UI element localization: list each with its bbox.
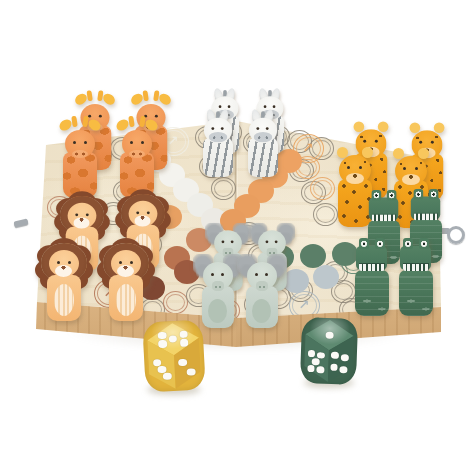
- pawn-horn-left: [372, 190, 382, 200]
- green-die[interactable]: [300, 317, 358, 385]
- pawn-body: [120, 152, 154, 198]
- pawn-body: [399, 270, 433, 316]
- track-dot: [313, 265, 339, 289]
- pawn-eye-left: [255, 273, 258, 276]
- die-pip: [339, 366, 347, 373]
- pawn-muzzle: [73, 217, 89, 229]
- pawn-eye-right: [375, 140, 378, 143]
- pawn-eye-left: [73, 141, 76, 144]
- die-pip: [316, 366, 324, 373]
- pawn-muzzle: [72, 150, 88, 158]
- elephant-pawn[interactable]: [198, 246, 238, 328]
- pawn-body: [202, 286, 234, 328]
- pawn-eye-left: [211, 273, 214, 276]
- pawn-eye-right: [221, 273, 224, 276]
- pawn-muzzle: [129, 150, 145, 158]
- pawn-body: [355, 270, 389, 316]
- pawn-body: [63, 152, 97, 198]
- zebra-pawn[interactable]: [244, 102, 282, 177]
- pawn-horn-left: [143, 90, 149, 101]
- pawn-ear-right: [157, 91, 173, 106]
- pawn-muzzle: [209, 132, 228, 142]
- pawn-eye-left: [136, 211, 139, 214]
- pawn-horn-left: [414, 189, 424, 199]
- die-gloss: [142, 319, 206, 392]
- scene: ↗↗↗↗: [0, 0, 470, 470]
- die-pip: [307, 350, 315, 357]
- pawn-eye-left: [266, 240, 269, 243]
- die-pip: [340, 354, 348, 361]
- pawn-muzzle: [346, 173, 364, 184]
- pawn-eye-right: [221, 127, 224, 130]
- pawn-eye-right: [275, 240, 278, 243]
- pawn-horn-right: [419, 238, 429, 249]
- pawn-horn-right: [387, 190, 397, 200]
- yellow-die[interactable]: [142, 319, 206, 392]
- die-pip: [330, 364, 338, 371]
- pawn-ear-right: [362, 147, 373, 158]
- pawn-eye-right: [141, 141, 144, 144]
- pawn-body: [248, 138, 278, 177]
- lion-pawn[interactable]: [106, 241, 146, 321]
- pawn-belly: [252, 299, 271, 323]
- track-circle: [310, 177, 335, 200]
- pawn-horn-left: [403, 238, 413, 249]
- pawn-horn-right: [375, 238, 385, 249]
- pawn-eye-left: [211, 127, 214, 130]
- pawn-horn-left: [359, 238, 369, 249]
- zebra-pawn[interactable]: [199, 102, 237, 177]
- pawn-muzzle: [254, 132, 273, 142]
- pawn-eye-right: [265, 273, 268, 276]
- pawn-muzzle: [359, 263, 385, 271]
- pawn-belly: [54, 284, 74, 316]
- pawn-eye-right: [415, 167, 418, 170]
- pawn-horn-left: [128, 116, 134, 128]
- croc-pawn[interactable]: [396, 238, 436, 316]
- pawn-horn-left: [87, 90, 93, 101]
- pawn-eye-left: [256, 127, 259, 130]
- pawn-belly: [208, 299, 227, 323]
- pawn-eye-right: [86, 213, 89, 216]
- track-circle: [313, 203, 338, 226]
- pawn-muzzle: [414, 213, 439, 221]
- die-pip: [307, 365, 315, 372]
- pawn-eye-left: [119, 261, 122, 264]
- pawn-eye-left: [347, 166, 350, 169]
- pawn-body: [246, 286, 278, 328]
- pawn-belly: [116, 284, 136, 316]
- pawn-eye-left: [130, 141, 133, 144]
- pawn-ear-right: [101, 91, 117, 106]
- pawn-ear-right: [418, 148, 429, 159]
- die-pip: [331, 352, 339, 359]
- elephant-pawn[interactable]: [242, 246, 282, 328]
- pawn-eye-right: [68, 261, 71, 264]
- track-circle: [211, 177, 236, 200]
- giraffe-pawn[interactable]: [60, 106, 100, 198]
- pawn-eye-right: [231, 240, 234, 243]
- pawn-muzzle: [55, 265, 72, 277]
- giraffe-pawn[interactable]: [117, 106, 157, 198]
- pawn-muzzle: [117, 265, 134, 277]
- pawn-eye-left: [222, 240, 225, 243]
- pawn-muzzle: [403, 263, 429, 271]
- pawn-eye-right: [130, 261, 133, 264]
- pawn-eye-left: [75, 213, 78, 216]
- pawn-eye-right: [431, 141, 434, 144]
- pawn-muzzle: [372, 214, 397, 222]
- pawn-muzzle: [402, 174, 420, 185]
- pawn-body: [109, 275, 143, 321]
- latch-left-icon: [12, 216, 30, 230]
- pawn-eye-right: [266, 127, 269, 130]
- pawn-belly: [402, 273, 430, 313]
- pawn-belly: [358, 273, 386, 313]
- pawn-eye-right: [359, 166, 362, 169]
- pawn-horn-left: [71, 116, 77, 128]
- die-pip: [326, 332, 334, 339]
- pawn-eye-left: [403, 167, 406, 170]
- die-pip: [317, 352, 325, 359]
- pawn-muzzle: [134, 215, 150, 227]
- pawn-body: [203, 138, 233, 177]
- pawn-muzzle: [212, 281, 224, 291]
- pawn-eye-right: [84, 141, 87, 144]
- arrow-glyph: ↗: [303, 141, 314, 154]
- croc-pawn[interactable]: [352, 238, 392, 316]
- pawn-eye-right: [147, 211, 150, 214]
- lion-pawn[interactable]: [44, 241, 84, 321]
- pawn-eye-left: [57, 261, 60, 264]
- pawn-muzzle: [256, 281, 268, 291]
- pawn-body: [47, 275, 81, 321]
- arrow-glyph: ↗: [299, 298, 310, 311]
- track-circle: [163, 291, 188, 314]
- pawn-horn-right: [429, 189, 439, 199]
